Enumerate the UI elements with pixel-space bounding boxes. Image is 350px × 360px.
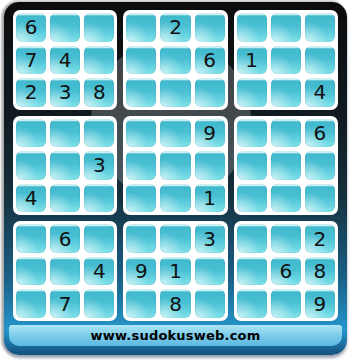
cell-r9c6[interactable]: [195, 289, 225, 318]
cell-r7c3[interactable]: [84, 224, 114, 253]
sudoku-board: 67423826143491664739182689: [13, 10, 338, 321]
cell-r2c1[interactable]: 7: [16, 46, 46, 75]
cell-r8c7[interactable]: [237, 257, 267, 286]
cell-r6c6[interactable]: 1: [195, 184, 225, 213]
cell-r6c8[interactable]: [271, 184, 301, 213]
cell-r7c6[interactable]: 3: [195, 224, 225, 253]
cell-r7c5[interactable]: [160, 224, 190, 253]
cell-r7c4[interactable]: [126, 224, 156, 253]
cell-r9c9[interactable]: 9: [305, 289, 335, 318]
cell-r9c3[interactable]: [84, 289, 114, 318]
cell-r4c5[interactable]: [160, 119, 190, 148]
cell-r7c1[interactable]: [16, 224, 46, 253]
cell-r4c4[interactable]: [126, 119, 156, 148]
cell-r8c5[interactable]: 1: [160, 257, 190, 286]
cell-r9c1[interactable]: [16, 289, 46, 318]
cell-r4c9[interactable]: 6: [305, 119, 335, 148]
cell-r2c4[interactable]: [126, 46, 156, 75]
cell-r5c5[interactable]: [160, 151, 190, 180]
cell-r6c9[interactable]: [305, 184, 335, 213]
cell-r1c7[interactable]: [237, 13, 267, 42]
cell-r5c1[interactable]: [16, 151, 46, 180]
cell-r2c7[interactable]: 1: [237, 46, 267, 75]
cell-r9c5[interactable]: 8: [160, 289, 190, 318]
cell-r6c3[interactable]: [84, 184, 114, 213]
cell-r8c6[interactable]: [195, 257, 225, 286]
cell-r6c2[interactable]: [50, 184, 80, 213]
cell-r5c2[interactable]: [50, 151, 80, 180]
cell-r8c3[interactable]: 4: [84, 257, 114, 286]
cell-r8c8[interactable]: 6: [271, 257, 301, 286]
cell-r3c2[interactable]: 3: [50, 78, 80, 107]
cell-r2c5[interactable]: [160, 46, 190, 75]
cell-r6c1[interactable]: 4: [16, 184, 46, 213]
sudoku-frame: 67423826143491664739182689 www.sudokuswe…: [4, 2, 347, 355]
cell-r2c6[interactable]: 6: [195, 46, 225, 75]
cell-r1c8[interactable]: [271, 13, 301, 42]
cell-r1c2[interactable]: [50, 13, 80, 42]
cell-r8c2[interactable]: [50, 257, 80, 286]
cell-r2c8[interactable]: [271, 46, 301, 75]
cell-r4c8[interactable]: [271, 119, 301, 148]
cell-r4c2[interactable]: [50, 119, 80, 148]
cell-r6c5[interactable]: [160, 184, 190, 213]
cell-r3c7[interactable]: [237, 78, 267, 107]
cell-r9c7[interactable]: [237, 289, 267, 318]
cell-r1c5[interactable]: 2: [160, 13, 190, 42]
cell-r3c8[interactable]: [271, 78, 301, 107]
cell-r3c9[interactable]: 4: [305, 78, 335, 107]
cell-r8c1[interactable]: [16, 257, 46, 286]
cell-r8c4[interactable]: 9: [126, 257, 156, 286]
block-1: 674238: [13, 10, 117, 110]
cell-r3c4[interactable]: [126, 78, 156, 107]
block-9: 2689: [234, 221, 338, 321]
cell-r8c9[interactable]: 8: [305, 257, 335, 286]
cell-r7c7[interactable]: [237, 224, 267, 253]
cell-r2c2[interactable]: 4: [50, 46, 80, 75]
footer-bar: www.sudokusweb.com: [9, 325, 342, 346]
cell-r2c9[interactable]: [305, 46, 335, 75]
block-5: 91: [123, 116, 227, 216]
cell-r3c6[interactable]: [195, 78, 225, 107]
cell-r5c7[interactable]: [237, 151, 267, 180]
cell-r6c4[interactable]: [126, 184, 156, 213]
cell-r2c3[interactable]: [84, 46, 114, 75]
cell-r5c9[interactable]: [305, 151, 335, 180]
cell-r3c1[interactable]: 2: [16, 78, 46, 107]
cell-r1c4[interactable]: [126, 13, 156, 42]
cell-r1c3[interactable]: [84, 13, 114, 42]
block-2: 26: [123, 10, 227, 110]
cell-r1c9[interactable]: [305, 13, 335, 42]
cell-r4c7[interactable]: [237, 119, 267, 148]
block-4: 34: [13, 116, 117, 216]
cell-r7c2[interactable]: 6: [50, 224, 80, 253]
cell-r6c7[interactable]: [237, 184, 267, 213]
cell-r9c4[interactable]: [126, 289, 156, 318]
block-7: 647: [13, 221, 117, 321]
cell-r9c2[interactable]: 7: [50, 289, 80, 318]
cell-r1c6[interactable]: [195, 13, 225, 42]
cell-r4c3[interactable]: [84, 119, 114, 148]
cell-r1c1[interactable]: 6: [16, 13, 46, 42]
cell-r4c6[interactable]: 9: [195, 119, 225, 148]
cell-r5c6[interactable]: [195, 151, 225, 180]
cell-r3c5[interactable]: [160, 78, 190, 107]
block-6: 6: [234, 116, 338, 216]
cell-r7c9[interactable]: 2: [305, 224, 335, 253]
cell-r5c8[interactable]: [271, 151, 301, 180]
website-label: www.sudokusweb.com: [91, 328, 261, 343]
block-3: 14: [234, 10, 338, 110]
block-8: 3918: [123, 221, 227, 321]
cell-r5c4[interactable]: [126, 151, 156, 180]
cell-r7c8[interactable]: [271, 224, 301, 253]
cell-r4c1[interactable]: [16, 119, 46, 148]
cell-r5c3[interactable]: 3: [84, 151, 114, 180]
cell-r9c8[interactable]: [271, 289, 301, 318]
cell-r3c3[interactable]: 8: [84, 78, 114, 107]
